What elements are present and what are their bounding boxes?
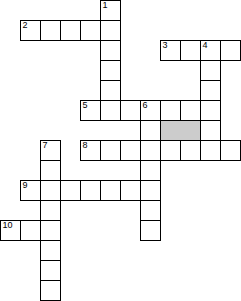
grid-cell[interactable]	[40, 160, 61, 181]
clue-number: 1	[103, 1, 108, 10]
grid-cell[interactable]	[40, 280, 61, 301]
grid-cell[interactable]: 3	[160, 40, 181, 61]
grid-cell[interactable]	[200, 60, 221, 81]
grid-cell[interactable]	[180, 140, 201, 161]
grid-cell[interactable]	[140, 160, 161, 181]
grid-cell[interactable]	[100, 20, 121, 41]
clue-number: 6	[143, 101, 148, 110]
grid-cell[interactable]	[120, 140, 141, 161]
grid-cell[interactable]	[60, 20, 81, 41]
grid-cell[interactable]: 7	[40, 140, 61, 161]
grid-cell[interactable]	[80, 180, 101, 201]
grid-cell[interactable]: 4	[200, 40, 221, 61]
grid-cell[interactable]	[200, 80, 221, 101]
clue-number: 8	[83, 141, 88, 150]
grid-cell[interactable]	[60, 180, 81, 201]
grid-cell[interactable]	[120, 100, 141, 121]
grid-cell[interactable]: 10	[0, 220, 21, 241]
grid-cell[interactable]: 6	[140, 100, 161, 121]
grid-cell[interactable]	[40, 200, 61, 221]
clue-number: 7	[43, 141, 48, 150]
clue-number: 10	[3, 221, 13, 230]
grid-cell[interactable]	[140, 120, 161, 141]
grid-cell[interactable]	[140, 220, 161, 241]
grid-cell[interactable]	[160, 140, 181, 161]
grid-cell[interactable]	[180, 40, 201, 61]
grid-cell[interactable]	[40, 260, 61, 281]
clue-number: 9	[23, 181, 28, 190]
grid-cell[interactable]	[100, 40, 121, 61]
grid-cell[interactable]	[140, 180, 161, 201]
grid-cell[interactable]	[180, 100, 201, 121]
grid-cell[interactable]	[120, 180, 141, 201]
grid-cell[interactable]: 1	[100, 0, 121, 21]
grid-cell[interactable]: 9	[20, 180, 41, 201]
grid-cell[interactable]	[40, 180, 61, 201]
shaded-cell[interactable]	[160, 120, 201, 141]
grid-cell[interactable]	[80, 20, 101, 41]
grid-cell[interactable]	[40, 220, 61, 241]
crossword-page: 12345678910	[0, 0, 241, 301]
grid-cell[interactable]	[140, 200, 161, 221]
clue-number: 2	[23, 21, 28, 30]
grid-cell[interactable]	[100, 140, 121, 161]
grid-cell[interactable]	[220, 140, 241, 161]
grid-cell[interactable]	[40, 20, 61, 41]
clue-number: 5	[83, 101, 88, 110]
grid-cell[interactable]	[20, 220, 41, 241]
grid-cell[interactable]	[160, 100, 181, 121]
clue-number: 3	[163, 41, 168, 50]
grid-cell[interactable]: 8	[80, 140, 101, 161]
grid-cell[interactable]	[220, 40, 241, 61]
grid-cell[interactable]	[100, 180, 121, 201]
grid-cell[interactable]	[200, 140, 221, 161]
grid-cell[interactable]	[200, 100, 221, 121]
grid-cell[interactable]	[100, 80, 121, 101]
grid-cell[interactable]	[100, 60, 121, 81]
grid-cell[interactable]	[40, 240, 61, 261]
grid-cell[interactable]	[100, 100, 121, 121]
clue-number: 4	[203, 41, 208, 50]
crossword-board: 12345678910	[0, 0, 241, 301]
grid-cell[interactable]	[140, 140, 161, 161]
grid-cell[interactable]: 5	[80, 100, 101, 121]
grid-cell[interactable]	[200, 120, 221, 141]
grid-cell[interactable]: 2	[20, 20, 41, 41]
